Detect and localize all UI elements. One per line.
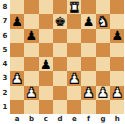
rank-label-3: 3 xyxy=(0,71,10,85)
square-d5[interactable] xyxy=(53,43,67,57)
square-h1[interactable] xyxy=(110,100,124,114)
square-a7[interactable]: ♟ xyxy=(10,14,24,28)
square-b1[interactable] xyxy=(24,100,38,114)
square-a2[interactable] xyxy=(10,86,24,100)
square-f7[interactable]: ♟ xyxy=(81,14,95,28)
square-b3[interactable] xyxy=(24,71,38,85)
file-label-h: h xyxy=(110,114,124,124)
file-label-f: f xyxy=(81,114,95,124)
file-label-e: e xyxy=(67,114,81,124)
square-f4[interactable] xyxy=(81,57,95,71)
rank-label-7: 7 xyxy=(0,14,10,28)
square-h8[interactable] xyxy=(110,0,124,14)
file-label-g: g xyxy=(96,114,110,124)
square-d2[interactable] xyxy=(53,86,67,100)
square-c5[interactable] xyxy=(39,43,53,57)
black-pawn-a7[interactable]: ♟ xyxy=(11,15,23,28)
square-c8[interactable] xyxy=(39,0,53,14)
square-e5[interactable] xyxy=(67,43,81,57)
square-f2[interactable]: ♟ xyxy=(81,86,95,100)
square-d8[interactable] xyxy=(53,0,67,14)
square-b8[interactable] xyxy=(24,0,38,14)
square-h4[interactable] xyxy=(110,57,124,71)
square-a8[interactable] xyxy=(10,0,24,14)
square-b6[interactable]: ♟ xyxy=(24,29,38,43)
square-h6[interactable]: ♟ xyxy=(110,29,124,43)
square-d1[interactable] xyxy=(53,100,67,114)
square-g3[interactable] xyxy=(96,71,110,85)
rank-label-1: 1 xyxy=(0,100,10,114)
square-e8[interactable]: ♜ xyxy=(67,0,81,14)
square-h5[interactable] xyxy=(110,43,124,57)
square-f6[interactable] xyxy=(81,29,95,43)
square-c1[interactable] xyxy=(39,100,53,114)
white-rook-e8[interactable]: ♜ xyxy=(69,1,81,14)
file-label-a: a xyxy=(10,114,24,124)
square-e3[interactable]: ♟ xyxy=(67,71,81,85)
square-c6[interactable] xyxy=(39,29,53,43)
square-e4[interactable] xyxy=(67,57,81,71)
square-c2[interactable] xyxy=(39,86,53,100)
square-h2[interactable]: ♟ xyxy=(110,86,124,100)
square-g8[interactable] xyxy=(96,0,110,14)
square-b5[interactable] xyxy=(24,43,38,57)
rank-label-5: 5 xyxy=(0,43,10,57)
white-pawn-g2[interactable]: ♟ xyxy=(97,86,109,99)
black-pawn-c4[interactable]: ♟ xyxy=(40,58,52,71)
black-pawn-h6[interactable]: ♟ xyxy=(111,29,123,42)
square-a6[interactable] xyxy=(10,29,24,43)
square-b4[interactable] xyxy=(24,57,38,71)
white-pawn-a3[interactable]: ♟ xyxy=(11,72,23,85)
square-a5[interactable] xyxy=(10,43,24,57)
square-a4[interactable] xyxy=(10,57,24,71)
square-a1[interactable] xyxy=(10,100,24,114)
square-f8[interactable] xyxy=(81,0,95,14)
square-g2[interactable]: ♟ xyxy=(96,86,110,100)
square-d7[interactable]: ♚ xyxy=(53,14,67,28)
chess-board: 8♜7♟♚♟♞6♟♟54♟3♟♟2♟♟♟♟1abcdefgh xyxy=(0,0,125,124)
square-c7[interactable] xyxy=(39,14,53,28)
square-g6[interactable] xyxy=(96,29,110,43)
square-h7[interactable] xyxy=(110,14,124,28)
square-e2[interactable] xyxy=(67,86,81,100)
square-c3[interactable] xyxy=(39,71,53,85)
white-pawn-e3[interactable]: ♟ xyxy=(69,72,81,85)
white-pawn-f2[interactable]: ♟ xyxy=(83,86,95,99)
square-d4[interactable] xyxy=(53,57,67,71)
black-pawn-b6[interactable]: ♟ xyxy=(26,29,38,42)
square-a3[interactable]: ♟ xyxy=(10,71,24,85)
square-b2[interactable]: ♟ xyxy=(24,86,38,100)
rank-label-4: 4 xyxy=(0,57,10,71)
black-king-d7[interactable]: ♚ xyxy=(54,15,66,28)
square-b7[interactable] xyxy=(24,14,38,28)
board-corner-margin xyxy=(0,114,10,124)
square-d3[interactable] xyxy=(53,71,67,85)
black-pawn-f7[interactable]: ♟ xyxy=(83,15,95,28)
square-c4[interactable]: ♟ xyxy=(39,57,53,71)
square-g4[interactable] xyxy=(96,57,110,71)
square-f5[interactable] xyxy=(81,43,95,57)
square-e7[interactable] xyxy=(67,14,81,28)
file-label-d: d xyxy=(53,114,67,124)
square-g5[interactable] xyxy=(96,43,110,57)
square-f3[interactable] xyxy=(81,71,95,85)
square-g7[interactable]: ♞ xyxy=(96,14,110,28)
white-knight-g7[interactable]: ♞ xyxy=(97,15,109,28)
square-d6[interactable] xyxy=(53,29,67,43)
rank-label-2: 2 xyxy=(0,86,10,100)
white-pawn-h2[interactable]: ♟ xyxy=(111,86,123,99)
white-pawn-b2[interactable]: ♟ xyxy=(26,86,38,99)
rank-label-8: 8 xyxy=(0,0,10,14)
square-h3[interactable] xyxy=(110,71,124,85)
file-label-b: b xyxy=(24,114,38,124)
rank-label-6: 6 xyxy=(0,29,10,43)
square-e6[interactable] xyxy=(67,29,81,43)
square-e1[interactable] xyxy=(67,100,81,114)
square-f1[interactable] xyxy=(81,100,95,114)
square-g1[interactable] xyxy=(96,100,110,114)
file-label-c: c xyxy=(39,114,53,124)
